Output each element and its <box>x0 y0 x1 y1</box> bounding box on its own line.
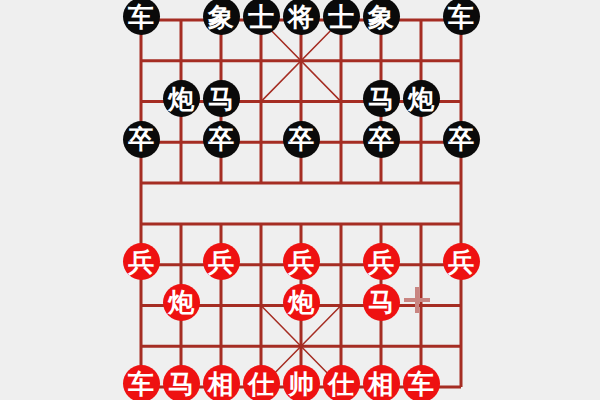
piece-red-cannon[interactable]: 炮 <box>283 284 320 321</box>
piece-red-elephant[interactable]: 相 <box>363 365 400 400</box>
piece-black-rook[interactable]: 车 <box>443 0 480 35</box>
piece-black-advisor[interactable]: 士 <box>243 0 280 35</box>
piece-black-elephant[interactable]: 象 <box>363 0 400 35</box>
piece-black-soldier[interactable]: 卒 <box>443 121 480 158</box>
piece-red-general[interactable]: 帅 <box>283 365 320 400</box>
piece-red-soldier[interactable]: 兵 <box>443 243 480 280</box>
piece-black-rook[interactable]: 车 <box>123 0 160 35</box>
last-move-origin-marker <box>404 287 430 313</box>
piece-black-cannon[interactable]: 炮 <box>403 80 440 117</box>
piece-red-soldier[interactable]: 兵 <box>363 243 400 280</box>
piece-red-soldier[interactable]: 兵 <box>123 243 160 280</box>
piece-red-horse[interactable]: 马 <box>363 284 400 321</box>
piece-black-general[interactable]: 将 <box>283 0 320 35</box>
piece-black-advisor[interactable]: 士 <box>323 0 360 35</box>
piece-red-rook[interactable]: 车 <box>403 365 440 400</box>
piece-black-soldier[interactable]: 卒 <box>203 121 240 158</box>
piece-black-soldier[interactable]: 卒 <box>123 121 160 158</box>
piece-black-soldier[interactable]: 卒 <box>363 121 400 158</box>
piece-red-advisor[interactable]: 仕 <box>243 365 280 400</box>
piece-red-advisor[interactable]: 仕 <box>323 365 360 400</box>
piece-black-cannon[interactable]: 炮 <box>163 80 200 117</box>
piece-red-cannon[interactable]: 炮 <box>163 284 200 321</box>
piece-red-horse[interactable]: 马 <box>163 365 200 400</box>
piece-black-horse[interactable]: 马 <box>203 80 240 117</box>
piece-red-rook[interactable]: 车 <box>123 365 160 400</box>
piece-black-soldier[interactable]: 卒 <box>283 121 320 158</box>
piece-black-elephant[interactable]: 象 <box>203 0 240 35</box>
piece-red-soldier[interactable]: 兵 <box>283 243 320 280</box>
piece-black-horse[interactable]: 马 <box>363 80 400 117</box>
pieces-layer: 车象士将士象车炮马马炮卒卒卒卒卒兵兵兵兵兵炮炮马车马相仕帅仕相车 <box>121 0 481 400</box>
xiangqi-board: 车象士将士象车炮马马炮卒卒卒卒卒兵兵兵兵兵炮炮马车马相仕帅仕相车 <box>0 0 600 400</box>
piece-red-elephant[interactable]: 相 <box>203 365 240 400</box>
piece-red-soldier[interactable]: 兵 <box>203 243 240 280</box>
